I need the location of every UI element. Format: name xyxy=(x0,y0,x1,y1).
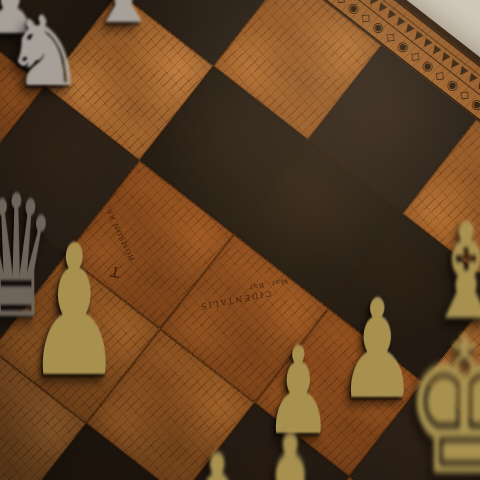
silver-bishop-glyph: ♝ xyxy=(89,0,156,36)
brass-king-glyph: ♚ xyxy=(403,314,480,480)
silver-knight-glyph: ♞ xyxy=(3,4,85,100)
brass-king[interactable]: ♚ xyxy=(380,314,480,480)
silver-knight[interactable]: ♞ xyxy=(1,4,87,100)
chessboard-photo-scene: ▼▼▼▼▼▼▼▼▼▼▼▼▼▼▼▼▼▼▼▼▼▼▼▼▼▼▼▼▼▼▼▼▼▼▼▼▼▼▼▼… xyxy=(0,0,480,480)
silver-bishop[interactable]: ♝ xyxy=(84,0,163,36)
brass-pawn-a[interactable]: ♟ xyxy=(0,222,155,402)
brass-pawn-glyph: ♟ xyxy=(177,435,258,480)
brass-pawn-glyph: ♟ xyxy=(27,222,121,402)
brass-pawn-b[interactable]: ♟ xyxy=(150,435,284,480)
pieces-layer: ♟♞♝♛♟♟♟♟♟♝♚ xyxy=(0,0,480,480)
